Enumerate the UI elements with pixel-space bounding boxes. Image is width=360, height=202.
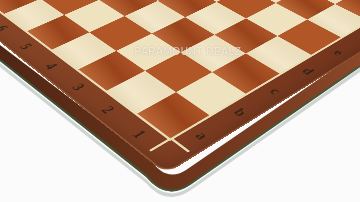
board-scene: 11aa22bb33cc44dd55ee66ff77gg88hh — [0, 0, 360, 202]
chessboard: 11aa22bb33cc44dd55ee66ff77gg88hh — [0, 0, 360, 174]
watermark-text: PARAMOUNT DEALZ — [132, 46, 244, 57]
product-photo-chessboard: 11aa22bb33cc44dd55ee66ff77gg88hh PARAMOU… — [0, 0, 360, 202]
